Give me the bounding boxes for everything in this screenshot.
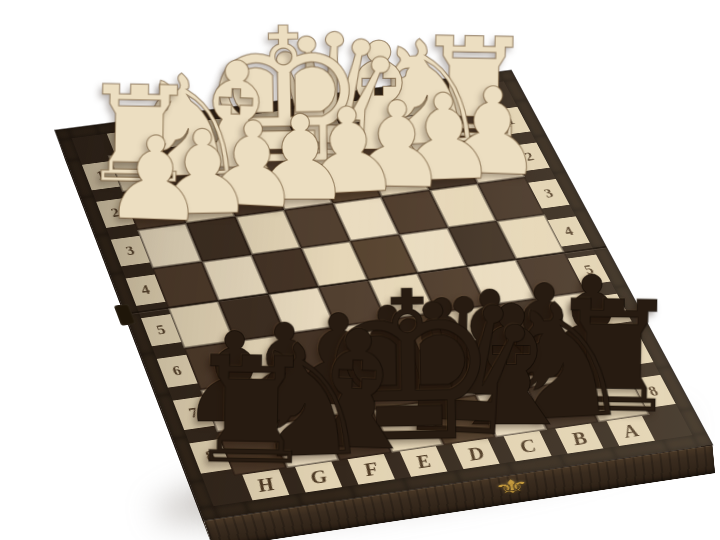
product-photo: HGFEDCBA1122334455667788HGFEDCBA ⚜ ♜♞♝♚♛… (0, 0, 720, 540)
piece-white-pawn-h2[interactable]: ♟ (95, 120, 214, 239)
piece-black-rook-h8[interactable]: ♜ (177, 338, 326, 487)
